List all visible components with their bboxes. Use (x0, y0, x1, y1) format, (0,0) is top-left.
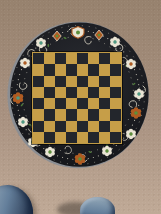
square-b1[interactable] (44, 132, 55, 143)
square-c5[interactable] (55, 87, 66, 98)
square-h6[interactable] (110, 76, 121, 87)
square-f7[interactable] (88, 64, 99, 75)
square-d1[interactable] (66, 132, 77, 143)
square-g1[interactable] (99, 132, 110, 143)
square-c3[interactable] (55, 109, 66, 120)
square-c6[interactable] (55, 76, 66, 87)
chess-board (32, 52, 122, 144)
square-e6[interactable] (77, 76, 88, 87)
square-c1[interactable] (55, 132, 66, 143)
square-h7[interactable] (110, 64, 121, 75)
square-c8[interactable] (55, 53, 66, 64)
square-b3[interactable] (44, 109, 55, 120)
photo-scene (0, 0, 161, 214)
square-d6[interactable] (66, 76, 77, 87)
square-e8[interactable] (77, 53, 88, 64)
square-d4[interactable] (66, 98, 77, 109)
square-g8[interactable] (99, 53, 110, 64)
square-h3[interactable] (110, 109, 121, 120)
square-h5[interactable] (110, 87, 121, 98)
square-h2[interactable] (110, 121, 121, 132)
square-d3[interactable] (66, 109, 77, 120)
shield-motif (72, 27, 84, 39)
square-h8[interactable] (110, 53, 121, 64)
square-g7[interactable] (99, 64, 110, 75)
square-d2[interactable] (66, 121, 77, 132)
square-a4[interactable] (33, 98, 44, 109)
square-e7[interactable] (77, 64, 88, 75)
square-a8[interactable] (33, 53, 44, 64)
square-e2[interactable] (77, 121, 88, 132)
square-f6[interactable] (88, 76, 99, 87)
square-d5[interactable] (66, 87, 77, 98)
square-b4[interactable] (44, 98, 55, 109)
square-e4[interactable] (77, 98, 88, 109)
square-b2[interactable] (44, 121, 55, 132)
square-a7[interactable] (33, 64, 44, 75)
square-g3[interactable] (99, 109, 110, 120)
square-b8[interactable] (44, 53, 55, 64)
square-g6[interactable] (99, 76, 110, 87)
square-e3[interactable] (77, 109, 88, 120)
square-a5[interactable] (33, 87, 44, 98)
square-b6[interactable] (44, 76, 55, 87)
square-g2[interactable] (99, 121, 110, 132)
square-f8[interactable] (88, 53, 99, 64)
square-a6[interactable] (33, 76, 44, 87)
square-a3[interactable] (33, 109, 44, 120)
square-d7[interactable] (66, 64, 77, 75)
square-e5[interactable] (77, 87, 88, 98)
square-f3[interactable] (88, 109, 99, 120)
square-a2[interactable] (33, 121, 44, 132)
square-d8[interactable] (66, 53, 77, 64)
square-e1[interactable] (77, 132, 88, 143)
square-f2[interactable] (88, 121, 99, 132)
square-c2[interactable] (55, 121, 66, 132)
square-h1[interactable] (110, 132, 121, 143)
square-h4[interactable] (110, 98, 121, 109)
square-c4[interactable] (55, 98, 66, 109)
square-b7[interactable] (44, 64, 55, 75)
square-f5[interactable] (88, 87, 99, 98)
square-b5[interactable] (44, 87, 55, 98)
square-f4[interactable] (88, 98, 99, 109)
square-a1[interactable] (33, 132, 44, 143)
square-g5[interactable] (99, 87, 110, 98)
square-f1[interactable] (88, 132, 99, 143)
square-g4[interactable] (99, 98, 110, 109)
square-c7[interactable] (55, 64, 66, 75)
